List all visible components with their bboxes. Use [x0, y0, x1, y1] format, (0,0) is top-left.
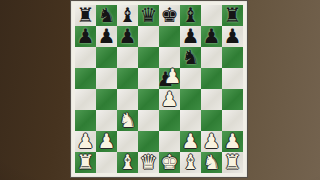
square-f7[interactable]: ♟ [180, 26, 201, 47]
square-a6[interactable] [75, 47, 96, 68]
piece-black-pawn[interactable]: ♟ [180, 26, 201, 47]
square-h6[interactable] [222, 47, 243, 68]
square-b8[interactable]: ♞ [96, 5, 117, 26]
square-b6[interactable] [96, 47, 117, 68]
square-c3[interactable]: ♞ [117, 110, 138, 131]
square-b1[interactable] [96, 152, 117, 173]
square-b3[interactable] [96, 110, 117, 131]
square-a4[interactable] [75, 89, 96, 110]
square-f8[interactable]: ♝ [180, 5, 201, 26]
square-f4[interactable] [180, 89, 201, 110]
square-c1[interactable]: ♝ [117, 152, 138, 173]
square-a5[interactable] [75, 68, 96, 89]
piece-black-pawn[interactable]: ♟ [75, 26, 96, 47]
square-c2[interactable] [117, 131, 138, 152]
square-e5[interactable]: ♟♟ [159, 68, 180, 89]
square-e8[interactable]: ♚ [159, 5, 180, 26]
square-d6[interactable] [138, 47, 159, 68]
square-b5[interactable] [96, 68, 117, 89]
piece-black-queen[interactable]: ♛ [138, 5, 159, 26]
square-d1[interactable]: ♛ [138, 152, 159, 173]
square-h2[interactable]: ♟ [222, 131, 243, 152]
square-a7[interactable]: ♟ [75, 26, 96, 47]
square-f2[interactable]: ♟ [180, 131, 201, 152]
square-e1[interactable]: ♚ [159, 152, 180, 173]
piece-white-queen[interactable]: ♛ [138, 152, 159, 173]
square-f6[interactable]: ♞ [180, 47, 201, 68]
app-window: ♜♞♝♛♚♝♜♟♟♟♟♟♟♞♟♟♟♞♟♟♟♟♟♜♝♛♚♝♞♜ [0, 0, 320, 180]
piece-white-rook[interactable]: ♜ [222, 152, 243, 173]
piece-black-pawn[interactable]: ♟ [222, 26, 243, 47]
square-g1[interactable]: ♞ [201, 152, 222, 173]
square-e2[interactable] [159, 131, 180, 152]
square-h7[interactable]: ♟ [222, 26, 243, 47]
piece-white-pawn[interactable]: ♟ [96, 131, 117, 152]
square-b2[interactable]: ♟ [96, 131, 117, 152]
square-a3[interactable] [75, 110, 96, 131]
piece-black-pawn[interactable]: ♟ [201, 26, 222, 47]
square-g4[interactable] [201, 89, 222, 110]
square-f1[interactable]: ♝ [180, 152, 201, 173]
square-g3[interactable] [201, 110, 222, 131]
piece-black-knight[interactable]: ♞ [180, 47, 201, 68]
square-e3[interactable] [159, 110, 180, 131]
chess-board: ♜♞♝♛♚♝♜♟♟♟♟♟♟♞♟♟♟♞♟♟♟♟♟♜♝♛♚♝♞♜ [75, 5, 243, 173]
piece-white-bishop[interactable]: ♝ [180, 152, 201, 173]
square-a1[interactable]: ♜ [75, 152, 96, 173]
piece-white-pawn[interactable]: ♟ [222, 131, 243, 152]
piece-white-pawn[interactable]: ♟ [162, 66, 183, 87]
square-a2[interactable]: ♟ [75, 131, 96, 152]
square-f5[interactable] [180, 68, 201, 89]
square-d4[interactable] [138, 89, 159, 110]
square-g2[interactable]: ♟ [201, 131, 222, 152]
square-c4[interactable] [117, 89, 138, 110]
piece-black-rook[interactable]: ♜ [222, 5, 243, 26]
square-h4[interactable] [222, 89, 243, 110]
square-a8[interactable]: ♜ [75, 5, 96, 26]
square-h3[interactable] [222, 110, 243, 131]
square-h8[interactable]: ♜ [222, 5, 243, 26]
piece-white-rook[interactable]: ♜ [75, 152, 96, 173]
piece-white-pawn[interactable]: ♟ [159, 89, 180, 110]
piece-white-king[interactable]: ♚ [159, 152, 180, 173]
piece-black-rook[interactable]: ♜ [75, 5, 96, 26]
piece-black-bishop[interactable]: ♝ [180, 5, 201, 26]
square-d3[interactable] [138, 110, 159, 131]
board-frame: ♜♞♝♛♚♝♜♟♟♟♟♟♟♞♟♟♟♞♟♟♟♟♟♜♝♛♚♝♞♜ [71, 1, 247, 177]
square-c5[interactable] [117, 68, 138, 89]
piece-white-knight[interactable]: ♞ [201, 152, 222, 173]
square-c7[interactable]: ♟ [117, 26, 138, 47]
piece-white-bishop[interactable]: ♝ [117, 152, 138, 173]
piece-black-pawn[interactable]: ♟ [96, 26, 117, 47]
square-d2[interactable] [138, 131, 159, 152]
piece-white-pawn[interactable]: ♟ [75, 131, 96, 152]
piece-white-pawn[interactable]: ♟ [201, 131, 222, 152]
piece-white-pawn[interactable]: ♟ [180, 131, 201, 152]
piece-white-knight[interactable]: ♞ [117, 110, 138, 131]
square-g8[interactable] [201, 5, 222, 26]
square-h1[interactable]: ♜ [222, 152, 243, 173]
square-b4[interactable] [96, 89, 117, 110]
square-b7[interactable]: ♟ [96, 26, 117, 47]
square-g7[interactable]: ♟ [201, 26, 222, 47]
square-f3[interactable] [180, 110, 201, 131]
square-c6[interactable] [117, 47, 138, 68]
piece-black-knight[interactable]: ♞ [96, 5, 117, 26]
square-c8[interactable]: ♝ [117, 5, 138, 26]
piece-black-pawn[interactable]: ♟ [117, 26, 138, 47]
square-g5[interactable] [201, 68, 222, 89]
square-e4[interactable]: ♟ [159, 89, 180, 110]
square-e7[interactable] [159, 26, 180, 47]
piece-black-king[interactable]: ♚ [159, 5, 180, 26]
square-d8[interactable]: ♛ [138, 5, 159, 26]
square-g6[interactable] [201, 47, 222, 68]
piece-black-bishop[interactable]: ♝ [117, 5, 138, 26]
square-h5[interactable] [222, 68, 243, 89]
square-d7[interactable] [138, 26, 159, 47]
